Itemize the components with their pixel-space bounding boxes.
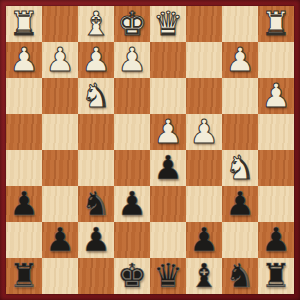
white-knight-piece[interactable]: ♞ xyxy=(81,78,111,114)
black-pawn-piece[interactable]: ♟ xyxy=(261,222,291,258)
white-pawn-piece[interactable]: ♟ xyxy=(9,42,39,78)
square-e3[interactable] xyxy=(114,78,150,114)
square-e7[interactable] xyxy=(114,222,150,258)
square-g6[interactable] xyxy=(42,186,78,222)
square-h6[interactable]: ♟ xyxy=(6,186,42,222)
white-pawn-piece[interactable]: ♟ xyxy=(225,42,255,78)
white-pawn-piece[interactable]: ♟ xyxy=(153,114,183,150)
square-h7[interactable] xyxy=(6,222,42,258)
square-a1[interactable]: ♜ xyxy=(258,6,294,42)
square-a4[interactable] xyxy=(258,114,294,150)
square-c4[interactable]: ♟ xyxy=(186,114,222,150)
square-d1[interactable]: ♛ xyxy=(150,6,186,42)
square-a8[interactable]: ♜ xyxy=(258,258,294,294)
square-g3[interactable] xyxy=(42,78,78,114)
white-queen-piece[interactable]: ♛ xyxy=(153,6,183,42)
square-c5[interactable] xyxy=(186,150,222,186)
black-knight-piece[interactable]: ♞ xyxy=(81,186,111,222)
square-b2[interactable]: ♟ xyxy=(222,42,258,78)
square-e8[interactable]: ♚ xyxy=(114,258,150,294)
black-bishop-piece[interactable]: ♝ xyxy=(189,258,219,294)
square-c7[interactable]: ♟ xyxy=(186,222,222,258)
square-e1[interactable]: ♚ xyxy=(114,6,150,42)
square-h3[interactable] xyxy=(6,78,42,114)
black-pawn-piece[interactable]: ♟ xyxy=(45,222,75,258)
black-king-piece[interactable]: ♚ xyxy=(117,258,147,294)
square-g5[interactable] xyxy=(42,150,78,186)
square-g7[interactable]: ♟ xyxy=(42,222,78,258)
black-rook-piece[interactable]: ♜ xyxy=(261,258,291,294)
white-king-piece[interactable]: ♚ xyxy=(117,6,147,42)
square-c8[interactable]: ♝ xyxy=(186,258,222,294)
square-a5[interactable] xyxy=(258,150,294,186)
square-h1[interactable]: ♜ xyxy=(6,6,42,42)
square-d6[interactable] xyxy=(150,186,186,222)
square-d8[interactable]: ♛ xyxy=(150,258,186,294)
black-pawn-piece[interactable]: ♟ xyxy=(153,150,183,186)
square-a3[interactable]: ♟ xyxy=(258,78,294,114)
square-c1[interactable] xyxy=(186,6,222,42)
square-h8[interactable]: ♜ xyxy=(6,258,42,294)
chess-board: ♜♝♚♛♜♟♟♟♟♟♞♟♟♟♟♞♟♞♟♟♟♟♟♟♜♚♛♝♞♜ xyxy=(6,6,294,294)
square-g8[interactable] xyxy=(42,258,78,294)
square-b4[interactable] xyxy=(222,114,258,150)
square-e6[interactable]: ♟ xyxy=(114,186,150,222)
white-knight-piece[interactable]: ♞ xyxy=(225,150,255,186)
square-d2[interactable] xyxy=(150,42,186,78)
black-rook-piece[interactable]: ♜ xyxy=(9,258,39,294)
white-pawn-piece[interactable]: ♟ xyxy=(81,42,111,78)
square-h4[interactable] xyxy=(6,114,42,150)
square-f8[interactable] xyxy=(78,258,114,294)
white-pawn-piece[interactable]: ♟ xyxy=(189,114,219,150)
black-pawn-piece[interactable]: ♟ xyxy=(189,222,219,258)
black-pawn-piece[interactable]: ♟ xyxy=(81,222,111,258)
square-f2[interactable]: ♟ xyxy=(78,42,114,78)
square-e2[interactable]: ♟ xyxy=(114,42,150,78)
black-pawn-piece[interactable]: ♟ xyxy=(9,186,39,222)
square-h5[interactable] xyxy=(6,150,42,186)
black-knight-piece[interactable]: ♞ xyxy=(225,258,255,294)
white-pawn-piece[interactable]: ♟ xyxy=(117,42,147,78)
square-c3[interactable] xyxy=(186,78,222,114)
square-b8[interactable]: ♞ xyxy=(222,258,258,294)
square-d3[interactable] xyxy=(150,78,186,114)
square-f3[interactable]: ♞ xyxy=(78,78,114,114)
square-b7[interactable] xyxy=(222,222,258,258)
square-d5[interactable]: ♟ xyxy=(150,150,186,186)
white-rook-piece[interactable]: ♜ xyxy=(9,6,39,42)
square-b5[interactable]: ♞ xyxy=(222,150,258,186)
chess-board-frame: ♜♝♚♛♜♟♟♟♟♟♞♟♟♟♟♞♟♞♟♟♟♟♟♟♜♚♛♝♞♜ xyxy=(0,0,300,300)
square-a7[interactable]: ♟ xyxy=(258,222,294,258)
white-pawn-piece[interactable]: ♟ xyxy=(45,42,75,78)
black-queen-piece[interactable]: ♛ xyxy=(153,258,183,294)
square-g4[interactable] xyxy=(42,114,78,150)
white-bishop-piece[interactable]: ♝ xyxy=(81,6,111,42)
square-f5[interactable] xyxy=(78,150,114,186)
square-g1[interactable] xyxy=(42,6,78,42)
square-c2[interactable] xyxy=(186,42,222,78)
square-a2[interactable] xyxy=(258,42,294,78)
black-pawn-piece[interactable]: ♟ xyxy=(225,186,255,222)
square-f1[interactable]: ♝ xyxy=(78,6,114,42)
white-pawn-piece[interactable]: ♟ xyxy=(261,78,291,114)
white-rook-piece[interactable]: ♜ xyxy=(261,6,291,42)
square-f6[interactable]: ♞ xyxy=(78,186,114,222)
square-a6[interactable] xyxy=(258,186,294,222)
square-h2[interactable]: ♟ xyxy=(6,42,42,78)
square-b3[interactable] xyxy=(222,78,258,114)
square-d4[interactable]: ♟ xyxy=(150,114,186,150)
square-g2[interactable]: ♟ xyxy=(42,42,78,78)
square-d7[interactable] xyxy=(150,222,186,258)
square-b1[interactable] xyxy=(222,6,258,42)
square-f7[interactable]: ♟ xyxy=(78,222,114,258)
square-b6[interactable]: ♟ xyxy=(222,186,258,222)
square-f4[interactable] xyxy=(78,114,114,150)
square-c6[interactable] xyxy=(186,186,222,222)
square-e5[interactable] xyxy=(114,150,150,186)
square-e4[interactable] xyxy=(114,114,150,150)
black-pawn-piece[interactable]: ♟ xyxy=(117,186,147,222)
